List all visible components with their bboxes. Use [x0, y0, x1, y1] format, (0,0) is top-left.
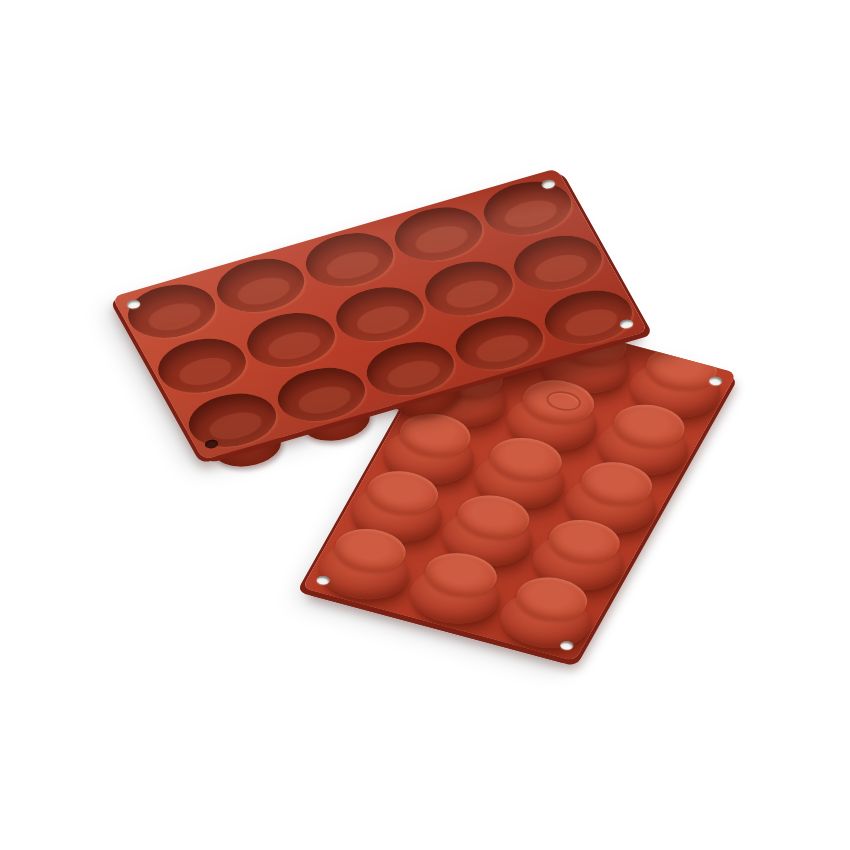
embossed-size-mark: [542, 388, 585, 414]
cavity: [236, 304, 346, 376]
cavity: [117, 276, 227, 348]
cavity: [206, 250, 316, 322]
cavity: [147, 330, 257, 402]
cavity: [384, 198, 494, 270]
cavity: [503, 227, 613, 299]
cavity: [325, 278, 435, 350]
product-photo: [0, 0, 850, 850]
cavity: [414, 253, 524, 325]
cavity: [295, 224, 405, 296]
cavity: [473, 172, 583, 244]
